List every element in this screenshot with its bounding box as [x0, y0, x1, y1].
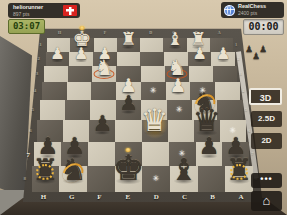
rank-label-right-5: 5 — [245, 107, 247, 112]
white-pawn-b2[interactable]: ♟ — [192, 46, 206, 62]
move-hint-sparkle-icon: ✳ — [150, 87, 157, 95]
player-points: 897 pts — [13, 11, 43, 17]
player-badge-bottom[interactable]: heliorunner 897 pts — [8, 3, 80, 18]
rank-label-6: 6 — [29, 128, 32, 133]
square-c6[interactable] — [168, 120, 194, 142]
rank-label-3: 3 — [36, 71, 39, 76]
black-pawn-b7[interactable]: ♟ — [199, 135, 220, 158]
white-rook-e1[interactable]: ♜ — [120, 30, 136, 48]
square-a3[interactable] — [213, 66, 237, 82]
rank-label-8: 8 — [24, 176, 27, 181]
square-h4[interactable] — [42, 82, 67, 100]
file-label-D: D — [154, 193, 159, 201]
white-queen-d6[interactable]: ♛ — [141, 105, 169, 136]
player-badge-top[interactable]: RealChess 2400 pts — [221, 2, 284, 18]
white-pawn-h2[interactable]: ♟ — [50, 46, 64, 62]
captured-black-pawn: ♟ — [259, 44, 267, 54]
game-screen: HHGGFFEEDDCCBBAA1122334455667788✳✳✳✳✳✳♚♜… — [0, 0, 287, 215]
file-label-C: C — [182, 193, 187, 201]
view-3d-button[interactable]: 3D — [249, 88, 282, 105]
file-label-F: F — [97, 193, 101, 201]
file-label-top-A: A — [218, 30, 221, 35]
opponent-name: RealChess — [238, 3, 266, 10]
square-e2[interactable] — [117, 52, 141, 66]
file-label-G: G — [69, 193, 74, 201]
black-pawn-f6[interactable]: ♟ — [93, 113, 112, 135]
square-g3[interactable] — [68, 66, 92, 82]
move-hint-sparkle-icon: ✳ — [153, 175, 160, 183]
file-label-A: A — [238, 193, 243, 201]
rank-label-5: 5 — [32, 107, 35, 112]
switzerland-flag-icon — [63, 5, 77, 16]
player-name: heliorunner — [13, 4, 43, 11]
square-d2[interactable] — [140, 52, 164, 66]
globe-icon — [224, 5, 235, 16]
move-hint-sparkle-icon: ✳ — [176, 106, 183, 114]
white-knight-f3[interactable]: ♞ — [95, 57, 114, 78]
opponent-points: 2400 pts — [238, 10, 266, 16]
square-g5[interactable] — [65, 100, 90, 120]
square-a5[interactable] — [217, 100, 242, 120]
square-e6[interactable] — [115, 120, 141, 142]
target-dots-ring — [36, 164, 54, 180]
more-options-button[interactable]: ••• — [251, 173, 282, 188]
rank-label-right-3: 3 — [239, 71, 241, 76]
rank-label-1: 1 — [39, 42, 42, 47]
square-b3[interactable] — [189, 66, 213, 82]
file-label-H: H — [41, 193, 46, 201]
view-2d-button[interactable]: 2D — [251, 133, 282, 149]
square-h5[interactable] — [40, 100, 65, 120]
square-a4[interactable] — [215, 82, 240, 100]
black-king-e8[interactable]: ♚ — [113, 150, 145, 185]
square-g4[interactable] — [67, 82, 92, 100]
square-f7[interactable] — [88, 142, 115, 166]
rank-label-right-4: 4 — [242, 88, 244, 93]
file-label-top-F: F — [104, 30, 106, 35]
black-bishop-c8[interactable]: ♝ — [170, 155, 197, 185]
gold-crown-icon — [80, 26, 85, 30]
square-d1[interactable] — [140, 38, 163, 52]
rank-label-4: 4 — [34, 88, 37, 93]
square-d3[interactable] — [141, 66, 165, 82]
file-label-E: E — [125, 193, 130, 201]
white-pawn-g2[interactable]: ♟ — [74, 46, 88, 62]
home-button[interactable]: ⌂ — [251, 191, 282, 211]
file-label-B: B — [210, 193, 215, 201]
square-h3[interactable] — [44, 66, 68, 82]
white-bishop-c1[interactable]: ♝ — [167, 30, 183, 48]
black-pawn-e5[interactable]: ♟ — [119, 93, 137, 113]
square-f8[interactable] — [87, 166, 115, 192]
rank-label-2: 2 — [38, 56, 41, 61]
file-label-top-D: D — [149, 30, 152, 35]
timer-top-player: 00:00 — [243, 19, 284, 35]
target-dots-ring — [230, 164, 248, 180]
gold-crown-icon — [126, 148, 131, 152]
file-label-top-H: H — [58, 30, 61, 35]
board-row — [44, 66, 238, 82]
square-d7[interactable] — [142, 142, 169, 166]
rank-label-right-2: 2 — [237, 56, 239, 61]
square-b8[interactable] — [198, 166, 226, 192]
rank-label-7: 7 — [26, 151, 30, 159]
rank-label-right-1: 1 — [235, 42, 237, 47]
view-2-5d-button[interactable]: 2.5D — [251, 111, 282, 127]
rank-label-right-6: 6 — [248, 128, 250, 133]
square-f4[interactable] — [91, 82, 116, 100]
white-pawn-a2[interactable]: ♟ — [216, 46, 230, 62]
timer-bottom-player: 03:07 — [8, 19, 45, 34]
white-pawn-c4[interactable]: ♟ — [170, 76, 187, 95]
